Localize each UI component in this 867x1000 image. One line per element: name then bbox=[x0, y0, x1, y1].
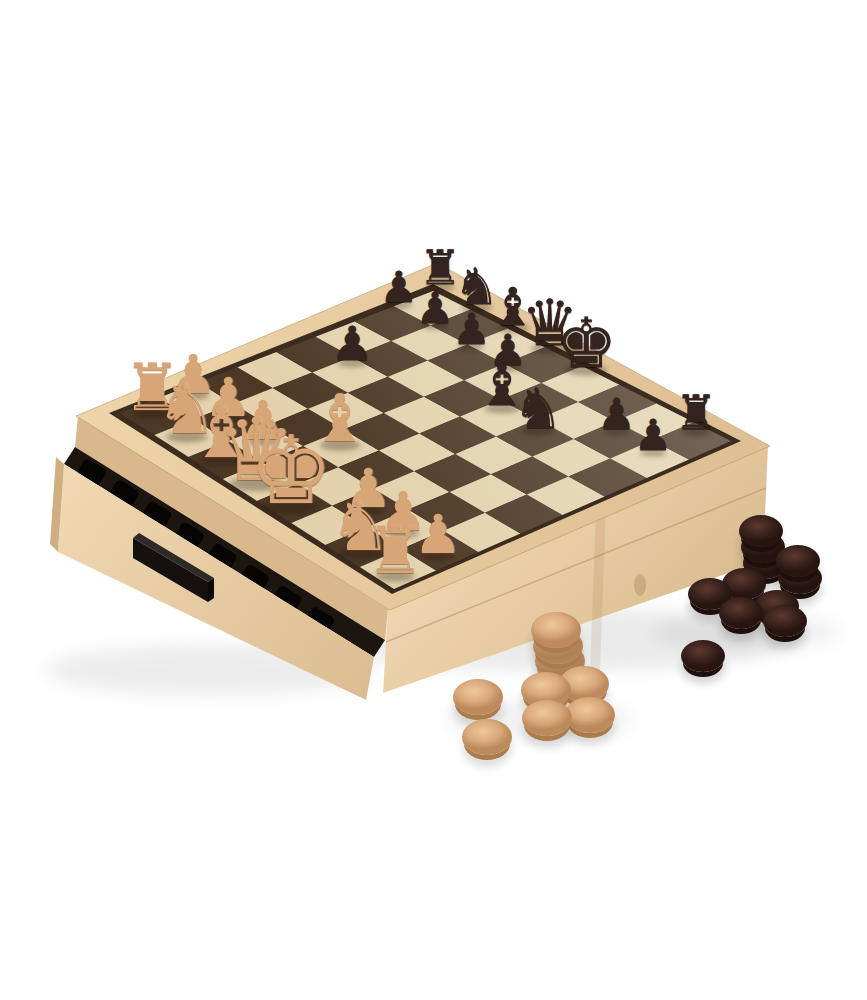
checker-light-3[interactable] bbox=[531, 612, 581, 648]
piece-black-king-e8[interactable]: ♚ bbox=[555, 309, 617, 378]
checker-light-8[interactable] bbox=[522, 700, 572, 736]
checker-dark-3[interactable] bbox=[739, 515, 783, 547]
piece-white-king-e1[interactable]: ♚ bbox=[249, 424, 333, 518]
piece-black-pawn-c7[interactable]: ♟ bbox=[452, 308, 491, 351]
piece-black-knight-f6[interactable]: ♞ bbox=[513, 380, 563, 436]
piece-black-pawn-g7[interactable]: ♟ bbox=[597, 393, 636, 436]
piece-black-pawn-b7[interactable]: ♟ bbox=[416, 287, 455, 330]
game-box bbox=[0, 0, 867, 1000]
checker-dark-11[interactable] bbox=[681, 640, 725, 672]
checker-dark-10[interactable] bbox=[763, 605, 807, 637]
piece-white-rook-h1[interactable]: ♜ bbox=[366, 519, 424, 584]
piece-black-pawn-b5[interactable]: ♟ bbox=[331, 320, 374, 367]
piece-black-pawn-a7[interactable]: ♟ bbox=[380, 266, 419, 309]
checker-dark-5[interactable] bbox=[776, 545, 820, 577]
checker-light-7[interactable] bbox=[565, 697, 615, 733]
wood-knot bbox=[634, 574, 646, 596]
piece-black-pawn-h7[interactable]: ♟ bbox=[634, 414, 673, 457]
checker-dark-9[interactable] bbox=[719, 597, 763, 629]
product-scene: ♜♟♞♟♝♟♛♟♟♚♟♝♜♟♞♟♜♞♟♝♟♝♛♚♟♟♞♟♜ bbox=[0, 0, 867, 1000]
piece-black-rook-h8[interactable]: ♜ bbox=[675, 389, 718, 437]
checker-light-6[interactable] bbox=[453, 679, 503, 715]
checker-light-9[interactable] bbox=[462, 719, 512, 755]
